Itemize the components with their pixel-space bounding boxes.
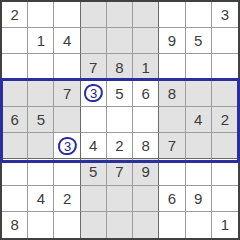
given-digit: 1 bbox=[37, 33, 45, 48]
cell-r6c9[interactable] bbox=[212, 133, 238, 159]
cell-r6c3[interactable]: 3 bbox=[54, 133, 80, 159]
given-digit: 5 bbox=[89, 164, 97, 179]
given-digit: 4 bbox=[37, 191, 45, 206]
cell-r5c7[interactable] bbox=[159, 107, 185, 133]
given-digit: 6 bbox=[10, 112, 18, 127]
cell-r8c7[interactable]: 6 bbox=[159, 186, 185, 212]
cell-r3c6[interactable]: 1 bbox=[133, 54, 159, 80]
cell-r1c2[interactable] bbox=[28, 2, 54, 28]
given-digit: 1 bbox=[221, 217, 229, 232]
cell-r3c7[interactable] bbox=[159, 54, 185, 80]
cell-r5c2[interactable]: 5 bbox=[28, 107, 54, 133]
given-digit: 2 bbox=[10, 7, 18, 22]
cell-r5c4[interactable] bbox=[81, 107, 107, 133]
cell-r8c1[interactable] bbox=[2, 186, 28, 212]
given-digit: 3 bbox=[63, 139, 70, 152]
given-digit: 7 bbox=[168, 138, 176, 153]
cell-r2c9[interactable] bbox=[212, 28, 238, 54]
cell-r7c2[interactable] bbox=[28, 159, 54, 185]
given-digit: 8 bbox=[168, 86, 176, 101]
given-digit: 6 bbox=[142, 86, 150, 101]
cell-r4c4[interactable]: 3 bbox=[81, 81, 107, 107]
cell-r1c9[interactable]: 3 bbox=[212, 2, 238, 28]
given-digit: 7 bbox=[63, 86, 71, 101]
cell-r2c7[interactable]: 9 bbox=[159, 28, 185, 54]
cell-r9c5[interactable] bbox=[107, 212, 133, 238]
cell-r3c8[interactable] bbox=[186, 54, 212, 80]
cell-r8c2[interactable]: 4 bbox=[28, 186, 54, 212]
cell-r5c5[interactable] bbox=[107, 107, 133, 133]
cell-r6c8[interactable] bbox=[186, 133, 212, 159]
cell-r8c3[interactable]: 2 bbox=[54, 186, 80, 212]
cell-r7c1[interactable] bbox=[2, 159, 28, 185]
cell-r2c5[interactable] bbox=[107, 28, 133, 54]
cell-r5c3[interactable] bbox=[54, 107, 80, 133]
cell-r7c4[interactable]: 5 bbox=[81, 159, 107, 185]
cell-r6c4[interactable]: 4 bbox=[81, 133, 107, 159]
cell-r8c6[interactable] bbox=[133, 186, 159, 212]
cell-r8c8[interactable]: 9 bbox=[186, 186, 212, 212]
cell-r9c3[interactable] bbox=[54, 212, 80, 238]
cell-r7c6[interactable]: 9 bbox=[133, 159, 159, 185]
cell-r2c2[interactable]: 1 bbox=[28, 28, 54, 54]
cell-r2c1[interactable] bbox=[2, 28, 28, 54]
given-digit: 4 bbox=[63, 33, 71, 48]
given-digit: 4 bbox=[194, 112, 202, 127]
given-digit: 8 bbox=[115, 60, 123, 75]
cell-r3c9[interactable] bbox=[212, 54, 238, 80]
cell-r2c4[interactable] bbox=[81, 28, 107, 54]
cell-r8c9[interactable] bbox=[212, 186, 238, 212]
cell-r9c7[interactable] bbox=[159, 212, 185, 238]
cell-r2c8[interactable]: 5 bbox=[186, 28, 212, 54]
cell-r1c3[interactable] bbox=[54, 2, 80, 28]
cell-r9c2[interactable] bbox=[28, 212, 54, 238]
cell-r3c4[interactable]: 7 bbox=[81, 54, 107, 80]
cell-r4c5[interactable]: 5 bbox=[107, 81, 133, 107]
cell-r9c9[interactable]: 1 bbox=[212, 212, 238, 238]
cell-r6c6[interactable]: 8 bbox=[133, 133, 159, 159]
cell-r1c8[interactable] bbox=[186, 2, 212, 28]
cell-r6c5[interactable]: 2 bbox=[107, 133, 133, 159]
cell-r2c3[interactable]: 4 bbox=[54, 28, 80, 54]
cell-r4c8[interactable] bbox=[186, 81, 212, 107]
given-digit: 4 bbox=[89, 138, 97, 153]
cell-r4c6[interactable]: 6 bbox=[133, 81, 159, 107]
given-digit: 9 bbox=[194, 191, 202, 206]
given-digit: 2 bbox=[115, 138, 123, 153]
cell-r9c6[interactable] bbox=[133, 212, 159, 238]
cell-r5c8[interactable]: 4 bbox=[186, 107, 212, 133]
annotation-circle: 3 bbox=[57, 136, 78, 156]
cell-r8c5[interactable] bbox=[107, 186, 133, 212]
cell-r7c8[interactable] bbox=[186, 159, 212, 185]
cell-r9c1[interactable]: 8 bbox=[2, 212, 28, 238]
given-digit: 7 bbox=[115, 164, 123, 179]
cell-r1c1[interactable]: 2 bbox=[2, 2, 28, 28]
cell-r6c7[interactable]: 7 bbox=[159, 133, 185, 159]
cell-r5c6[interactable] bbox=[133, 107, 159, 133]
given-digit: 7 bbox=[89, 60, 97, 75]
given-digit: 8 bbox=[142, 138, 150, 153]
cell-r1c5[interactable] bbox=[107, 2, 133, 28]
cell-r7c7[interactable] bbox=[159, 159, 185, 185]
cell-r4c2[interactable] bbox=[28, 81, 54, 107]
given-digit: 2 bbox=[221, 112, 229, 127]
cell-r4c9[interactable] bbox=[212, 81, 238, 107]
given-digit: 2 bbox=[63, 191, 71, 206]
sudoku-grid: 23149578173568654234287579426981 bbox=[0, 0, 240, 240]
cell-r7c9[interactable] bbox=[212, 159, 238, 185]
cell-r1c4[interactable] bbox=[81, 2, 107, 28]
cell-r6c2[interactable] bbox=[28, 133, 54, 159]
given-digit: 6 bbox=[168, 191, 176, 206]
given-digit: 3 bbox=[221, 7, 229, 22]
cell-r7c3[interactable] bbox=[54, 159, 80, 185]
cell-r3c5[interactable]: 8 bbox=[107, 54, 133, 80]
cell-r3c1[interactable] bbox=[2, 54, 28, 80]
given-digit: 9 bbox=[168, 33, 176, 48]
cell-r5c9[interactable]: 2 bbox=[212, 107, 238, 133]
cell-r4c1[interactable] bbox=[2, 81, 28, 107]
given-digit: 5 bbox=[37, 112, 45, 127]
cell-r6c1[interactable] bbox=[2, 133, 28, 159]
given-digit: 8 bbox=[10, 217, 18, 232]
given-digit: 9 bbox=[142, 164, 150, 179]
given-digit: 3 bbox=[90, 87, 97, 100]
cell-r8c4[interactable] bbox=[81, 186, 107, 212]
given-digit: 5 bbox=[115, 86, 123, 101]
cell-r4c3[interactable]: 7 bbox=[54, 81, 80, 107]
cell-r3c2[interactable] bbox=[28, 54, 54, 80]
cell-r4c7[interactable]: 8 bbox=[159, 81, 185, 107]
cell-r9c4[interactable] bbox=[81, 212, 107, 238]
cell-r1c6[interactable] bbox=[133, 2, 159, 28]
given-digit: 1 bbox=[142, 60, 150, 75]
cell-r5c1[interactable]: 6 bbox=[2, 107, 28, 133]
cell-r3c3[interactable] bbox=[54, 54, 80, 80]
cell-r1c7[interactable] bbox=[159, 2, 185, 28]
cell-r9c8[interactable] bbox=[186, 212, 212, 238]
cell-r7c5[interactable]: 7 bbox=[107, 159, 133, 185]
cell-r2c6[interactable] bbox=[133, 28, 159, 54]
sudoku-board: 23149578173568654234287579426981 bbox=[0, 0, 240, 240]
annotation-circle: 3 bbox=[83, 83, 104, 103]
given-digit: 5 bbox=[194, 33, 202, 48]
